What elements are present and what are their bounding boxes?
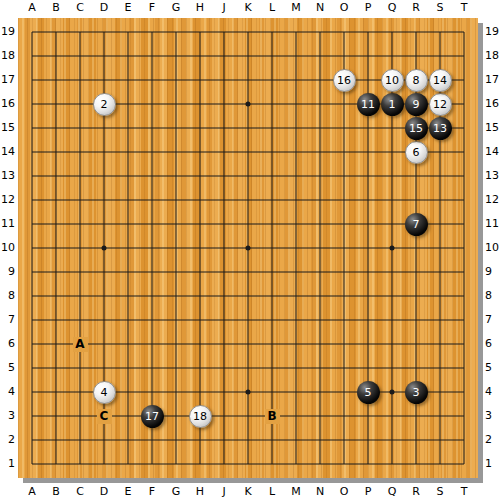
coord-top-C: C: [68, 0, 92, 16]
coord-right-2: 2: [485, 432, 500, 448]
coord-right-5: 5: [485, 360, 500, 376]
coord-right-17: 17: [485, 72, 500, 88]
stone-black-17: 17: [141, 405, 164, 428]
coord-bottom-S: S: [428, 484, 452, 500]
coord-left-5: 5: [0, 360, 15, 376]
stone-white-18: 18: [189, 405, 212, 428]
stone-black-15: 15: [405, 117, 428, 140]
go-board[interactable]: ABC123456789101112131415161718: [18, 18, 478, 478]
coord-left-11: 11: [0, 216, 15, 232]
coord-right-3: 3: [485, 408, 500, 424]
stone-number: 9: [413, 99, 420, 110]
coord-right-10: 10: [485, 240, 500, 256]
stone-white-8: 8: [405, 69, 428, 92]
coord-right-18: 18: [485, 48, 500, 64]
coord-left-1: 1: [0, 456, 15, 472]
coord-top-S: S: [428, 0, 452, 16]
coord-right-11: 11: [485, 216, 500, 232]
stone-number: 11: [361, 99, 375, 110]
coord-left-14: 14: [0, 144, 15, 160]
coord-bottom-F: F: [140, 484, 164, 500]
stone-black-9: 9: [405, 93, 428, 116]
coord-left-16: 16: [0, 96, 15, 112]
go-board-page: ABC123456789101112131415161718 AABBCCDDE…: [0, 0, 500, 500]
coord-right-7: 7: [485, 312, 500, 328]
stone-white-12: 12: [429, 93, 452, 116]
coord-left-8: 8: [0, 288, 15, 304]
stone-black-11: 11: [357, 93, 380, 116]
stone-number: 7: [413, 219, 420, 230]
coord-bottom-H: H: [188, 484, 212, 500]
coord-top-B: B: [44, 0, 68, 16]
coord-top-D: D: [92, 0, 116, 16]
stone-number: 10: [385, 75, 399, 86]
coord-left-6: 6: [0, 336, 15, 352]
coord-right-1: 1: [485, 456, 500, 472]
coord-left-13: 13: [0, 168, 15, 184]
coord-bottom-P: P: [356, 484, 380, 500]
label-marker-B: B: [265, 409, 280, 424]
coord-bottom-E: E: [116, 484, 140, 500]
coord-top-H: H: [188, 0, 212, 16]
stone-number: 14: [433, 75, 447, 86]
coord-left-12: 12: [0, 192, 15, 208]
coord-bottom-T: T: [452, 484, 476, 500]
coord-bottom-G: G: [164, 484, 188, 500]
stone-number: 17: [145, 411, 159, 422]
coord-bottom-A: A: [20, 484, 44, 500]
coord-top-Q: Q: [380, 0, 404, 16]
coord-bottom-O: O: [332, 484, 356, 500]
stone-white-6: 6: [405, 141, 428, 164]
stone-black-7: 7: [405, 213, 428, 236]
stone-number: 3: [413, 387, 420, 398]
label-marker-C: C: [97, 409, 112, 424]
coord-right-6: 6: [485, 336, 500, 352]
stone-black-3: 3: [405, 381, 428, 404]
coord-top-N: N: [308, 0, 332, 16]
coord-left-15: 15: [0, 120, 15, 136]
stone-number: 5: [365, 387, 372, 398]
stone-number: 18: [193, 411, 207, 422]
coord-right-4: 4: [485, 384, 500, 400]
coord-top-M: M: [284, 0, 308, 16]
coord-left-7: 7: [0, 312, 15, 328]
coord-right-9: 9: [485, 264, 500, 280]
coord-left-17: 17: [0, 72, 15, 88]
stone-number: 15: [409, 123, 423, 134]
stone-black-1: 1: [381, 93, 404, 116]
stone-white-4: 4: [93, 381, 116, 404]
coord-top-A: A: [20, 0, 44, 16]
stone-white-2: 2: [93, 93, 116, 116]
coord-bottom-R: R: [404, 484, 428, 500]
stone-number: 6: [413, 147, 420, 158]
coord-bottom-B: B: [44, 484, 68, 500]
coord-left-2: 2: [0, 432, 15, 448]
stone-black-5: 5: [357, 381, 380, 404]
coord-bottom-J: J: [212, 484, 236, 500]
coord-top-F: F: [140, 0, 164, 16]
coord-left-18: 18: [0, 48, 15, 64]
coord-bottom-M: M: [284, 484, 308, 500]
coord-bottom-K: K: [236, 484, 260, 500]
stone-number: 4: [101, 387, 108, 398]
coord-bottom-Q: Q: [380, 484, 404, 500]
coord-bottom-C: C: [68, 484, 92, 500]
coord-bottom-D: D: [92, 484, 116, 500]
coord-left-9: 9: [0, 264, 15, 280]
stone-number: 8: [413, 75, 420, 86]
coord-top-K: K: [236, 0, 260, 16]
coord-bottom-N: N: [308, 484, 332, 500]
label-marker-A: A: [73, 337, 88, 352]
coord-right-12: 12: [485, 192, 500, 208]
coord-left-4: 4: [0, 384, 15, 400]
stone-number: 1: [389, 99, 396, 110]
coord-top-L: L: [260, 0, 284, 16]
coord-top-R: R: [404, 0, 428, 16]
coord-top-O: O: [332, 0, 356, 16]
coord-left-3: 3: [0, 408, 15, 424]
coord-top-J: J: [212, 0, 236, 16]
stone-grid[interactable]: ABC123456789101112131415161718: [20, 20, 476, 476]
coord-top-E: E: [116, 0, 140, 16]
stone-number: 16: [337, 75, 351, 86]
stone-white-14: 14: [429, 69, 452, 92]
coord-top-P: P: [356, 0, 380, 16]
coord-bottom-L: L: [260, 484, 284, 500]
coord-right-8: 8: [485, 288, 500, 304]
stone-number: 12: [433, 99, 447, 110]
coord-right-14: 14: [485, 144, 500, 160]
stone-black-13: 13: [429, 117, 452, 140]
coord-top-T: T: [452, 0, 476, 16]
stone-number: 13: [433, 123, 447, 134]
stone-white-10: 10: [381, 69, 404, 92]
coord-left-10: 10: [0, 240, 15, 256]
coord-right-19: 19: [485, 24, 500, 40]
stone-white-16: 16: [333, 69, 356, 92]
coord-right-13: 13: [485, 168, 500, 184]
coord-right-16: 16: [485, 96, 500, 112]
coord-right-15: 15: [485, 120, 500, 136]
coord-left-19: 19: [0, 24, 15, 40]
stone-number: 2: [101, 99, 108, 110]
coord-top-G: G: [164, 0, 188, 16]
